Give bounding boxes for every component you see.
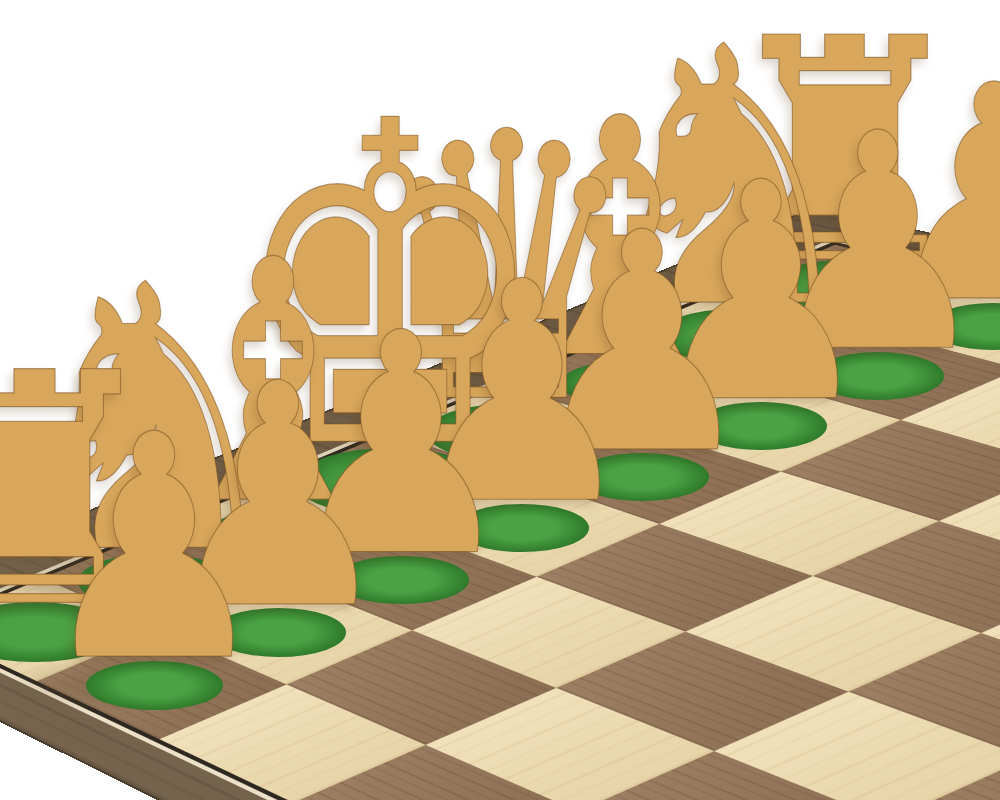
chess-set-photo: ♜♞♝♛♚♝♞♜♟♟♟♟♟♟♟♟ <box>0 0 1000 800</box>
board-squares <box>0 242 1000 800</box>
chess-board <box>0 206 1000 800</box>
